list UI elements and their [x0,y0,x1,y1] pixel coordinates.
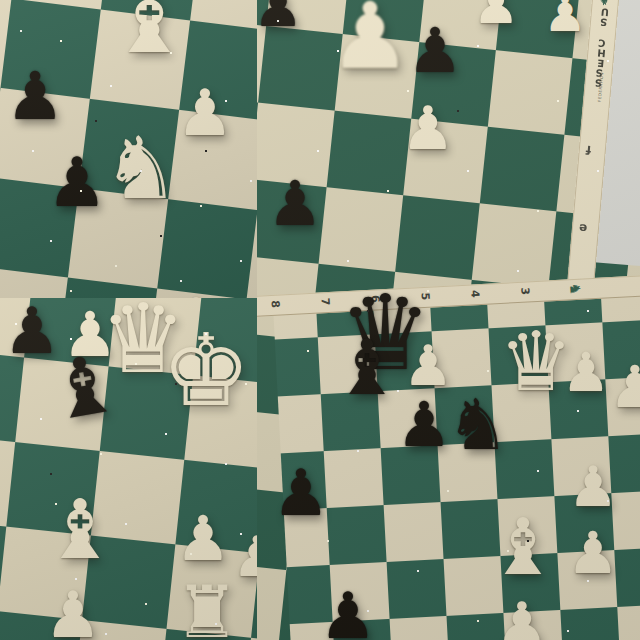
black-bishop: ♝ [42,342,127,433]
white-king: ♚ [161,321,251,421]
white-pawn: ♟ [232,529,257,585]
black-pawn: ♟ [396,394,452,456]
white-pawn: ♟ [495,594,549,640]
white-bishop: ♝ [110,0,189,66]
white-pawn: ♟ [329,0,411,83]
white-pawn: ♟ [44,583,101,640]
white-pawn: ♟ [62,304,118,366]
white-pawn: ♟ [401,98,455,158]
white-pawn: ♟ [562,346,610,400]
white-pawn: ♟ [568,459,618,515]
photo-top-left: ♝♟♟♞♟♟ [0,0,257,298]
chessboard-photo-collage: ♝♟♟♞♟♟ ♟♟♛♚♝♝♟♟♜♟ ♞ US CHESS FEDERATION … [0,0,640,640]
photo-right: ♞ US CHESS FEDERATION fe ♞ 876543 ♟♟♟♟♟♟… [257,0,640,640]
pieces-layer-b: ♟♟♛♚♝♝♟♟♜♟ [0,298,257,640]
black-knight: ♞ [447,390,510,460]
black-pawn: ♟ [319,584,376,640]
black-pawn: ♟ [257,0,303,35]
black-pawn: ♟ [267,173,323,235]
black-pawn: ♟ [5,64,64,130]
white-pawn: ♟ [175,508,231,570]
white-pawn: ♟ [543,0,586,38]
white-rook: ♜ [175,576,240,640]
pieces-layer-c: ♟♟♟♟♟♟♟♛♛♟♝♟♟♟♞♟♟♝♟♟♟ [257,0,640,640]
white-bishop: ♝ [488,508,558,586]
black-pawn: ♟ [407,20,463,82]
white-pawn: ♟ [403,338,453,394]
white-pawn: ♟ [473,0,520,31]
black-pawn: ♟ [47,149,108,217]
white-pawn: ♟ [567,524,619,582]
white-pawn: ♟ [609,358,640,416]
black-pawn: ♟ [3,299,60,363]
white-pawn: ♟ [176,81,233,145]
black-queen: ♛ [338,281,431,385]
white-knight: ♞ [102,125,179,211]
white-bishop: ♝ [43,489,117,571]
pieces-layer-a: ♝♟♟♞♟♟ [0,0,257,298]
black-pawn: ♟ [272,461,329,525]
white-queen: ♛ [499,321,573,403]
black-bishop: ♝ [333,330,401,406]
photo-bottom-left: ♟♟♛♚♝♝♟♟♜♟ [0,298,257,640]
white-queen: ♛ [100,298,186,387]
